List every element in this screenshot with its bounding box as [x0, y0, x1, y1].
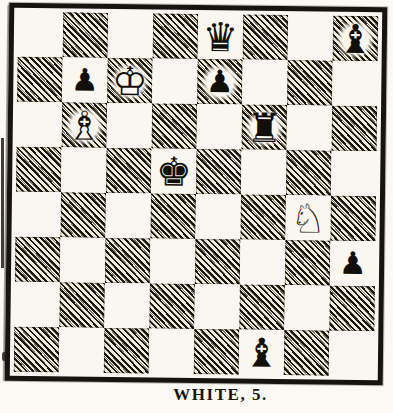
square-c3[interactable]: [105, 238, 151, 284]
square-f2[interactable]: [239, 285, 285, 331]
square-e2[interactable]: [194, 284, 240, 330]
print-smudge-left: [1, 138, 4, 268]
square-a2[interactable]: [14, 282, 60, 328]
board-frame: ♛♝♟♔♟♗♜♚♘♟♝: [5, 3, 388, 386]
square-h6[interactable]: [332, 106, 378, 152]
square-g7[interactable]: [287, 60, 333, 106]
chessboard: ♛♝♟♔♟♗♜♚♘♟♝: [14, 12, 378, 376]
square-a6[interactable]: [17, 102, 63, 148]
piece-white-king: ♔: [107, 58, 153, 104]
square-e6[interactable]: [197, 104, 243, 150]
square-a7[interactable]: [17, 57, 63, 103]
square-g6[interactable]: [287, 105, 333, 151]
square-h7[interactable]: [332, 61, 378, 107]
square-g1[interactable]: [284, 330, 330, 376]
square-h5[interactable]: [331, 151, 377, 197]
square-g3[interactable]: [285, 240, 331, 286]
square-a4[interactable]: [15, 192, 61, 238]
square-b5[interactable]: [61, 147, 107, 193]
square-f3[interactable]: [240, 240, 286, 286]
square-e3[interactable]: [195, 239, 241, 285]
square-d5[interactable]: ♚: [151, 148, 197, 194]
square-c6[interactable]: [107, 103, 153, 149]
piece-black-bishop: ♝: [333, 16, 379, 62]
piece-black-pawn: ♟: [330, 241, 376, 287]
square-d6[interactable]: [152, 103, 198, 149]
square-c8[interactable]: [108, 13, 154, 59]
square-d7[interactable]: [152, 58, 198, 104]
square-d1[interactable]: [149, 328, 195, 374]
square-h8[interactable]: ♝: [333, 16, 379, 62]
square-d8[interactable]: [153, 13, 199, 59]
square-f7[interactable]: [242, 60, 288, 106]
square-e7[interactable]: ♟: [197, 59, 243, 105]
diagram-caption: WHITE, 5.: [0, 385, 393, 405]
square-g2[interactable]: [284, 285, 330, 331]
square-d2[interactable]: [149, 283, 195, 329]
square-h4[interactable]: [330, 196, 376, 242]
piece-black-king: ♚: [151, 148, 197, 194]
square-a3[interactable]: [15, 237, 61, 283]
square-f1[interactable]: ♝: [239, 330, 285, 376]
piece-black-queen: ♛: [198, 14, 244, 60]
piece-black-pawn: ♟: [62, 57, 108, 103]
piece-black-pawn: ♟: [197, 59, 243, 105]
square-f4[interactable]: [240, 195, 286, 241]
square-c7[interactable]: ♔: [107, 58, 153, 104]
square-c1[interactable]: [104, 328, 150, 374]
square-a1[interactable]: [14, 327, 60, 373]
square-b1[interactable]: [59, 327, 105, 373]
square-a5[interactable]: [16, 147, 62, 193]
square-h2[interactable]: [329, 286, 375, 332]
square-b6[interactable]: ♗: [62, 102, 108, 148]
square-f6[interactable]: ♜: [242, 105, 288, 151]
square-c2[interactable]: [104, 283, 150, 329]
print-smudge-corner: [2, 352, 7, 361]
square-e8[interactable]: ♛: [198, 14, 244, 60]
square-b3[interactable]: [60, 237, 106, 283]
square-f5[interactable]: [241, 150, 287, 196]
square-a8[interactable]: [18, 12, 64, 58]
square-e1[interactable]: [194, 329, 240, 375]
square-b7[interactable]: ♟: [62, 57, 108, 103]
square-h3[interactable]: ♟: [330, 241, 376, 287]
square-g5[interactable]: [286, 150, 332, 196]
square-e4[interactable]: [195, 194, 241, 240]
square-g4[interactable]: ♘: [285, 195, 331, 241]
square-f8[interactable]: [243, 15, 289, 61]
piece-white-bishop: ♗: [62, 102, 108, 148]
square-b2[interactable]: [59, 282, 105, 328]
piece-black-rook: ♜: [242, 105, 288, 151]
square-c4[interactable]: [105, 193, 151, 239]
square-d3[interactable]: [150, 238, 196, 284]
square-g8[interactable]: [288, 15, 334, 61]
square-h1[interactable]: [329, 331, 375, 377]
square-d4[interactable]: [150, 193, 196, 239]
square-b4[interactable]: [60, 192, 106, 238]
piece-white-knight: ♘: [285, 195, 331, 241]
square-c5[interactable]: [106, 148, 152, 194]
square-e5[interactable]: [196, 149, 242, 195]
piece-black-bishop: ♝: [239, 330, 285, 376]
square-b8[interactable]: [63, 12, 109, 58]
